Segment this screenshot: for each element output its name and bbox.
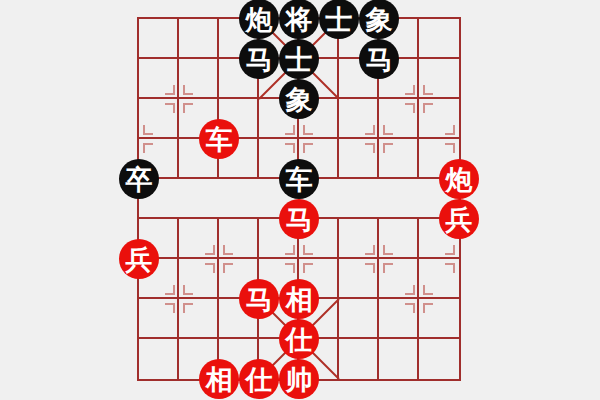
board-cell [339,299,379,339]
piece-black-horse[interactable]: 马 [239,39,279,79]
board-cell [419,259,459,299]
piece-red-horse[interactable]: 马 [239,279,279,319]
board-cell [179,179,219,219]
board-cell [419,19,459,59]
board-cell [179,259,219,299]
piece-black-advisor[interactable]: 士 [279,39,319,79]
piece-red-chariot[interactable]: 车 [199,119,239,159]
piece-red-soldier[interactable]: 兵 [119,239,159,279]
board-cell [379,299,419,339]
board-cell [419,339,459,379]
piece-red-soldier[interactable]: 兵 [439,199,479,239]
piece-black-elephant[interactable]: 象 [359,0,399,39]
piece-black-soldier[interactable]: 卒 [119,159,159,199]
board-cell [179,299,219,339]
piece-black-chariot[interactable]: 车 [279,159,319,199]
board-cell [419,299,459,339]
board-cell [179,19,219,59]
piece-black-advisor[interactable]: 士 [319,0,359,39]
board-cell [219,179,259,219]
board-cell [419,99,459,139]
board-cell [139,339,179,379]
board-cell [179,219,219,259]
board-cell [379,179,419,219]
piece-black-horse[interactable]: 马 [359,39,399,79]
board-cell [379,339,419,379]
board-cell [339,179,379,219]
board-cell [139,99,179,139]
piece-red-advisor[interactable]: 仕 [239,359,279,399]
piece-black-elephant[interactable]: 象 [279,79,319,119]
board-cell [339,139,379,179]
board-cell [379,219,419,259]
board-cell [139,59,179,99]
board-cell [139,299,179,339]
board-cell [379,99,419,139]
board-cell [379,139,419,179]
piece-red-general[interactable]: 帅 [279,359,319,399]
piece-red-horse[interactable]: 马 [279,199,319,239]
piece-red-elephant[interactable]: 相 [199,359,239,399]
board-cell [419,59,459,99]
board-cell [179,59,219,99]
board-cell [379,259,419,299]
piece-red-cannon[interactable]: 炮 [439,159,479,199]
board-cell [339,339,379,379]
board-cell [139,19,179,59]
piece-red-advisor[interactable]: 仕 [279,319,319,359]
board-cell [339,259,379,299]
piece-red-elephant[interactable]: 相 [279,279,319,319]
piece-black-general[interactable]: 将 [279,0,319,39]
board-cell [339,99,379,139]
board-cell [219,219,259,259]
board-cell [339,219,379,259]
piece-black-cannon[interactable]: 炮 [239,0,279,39]
xiangqi-board-screenshot: 炮将士象马士马象车卒车炮马兵兵马相仕相仕帅 [0,0,600,400]
